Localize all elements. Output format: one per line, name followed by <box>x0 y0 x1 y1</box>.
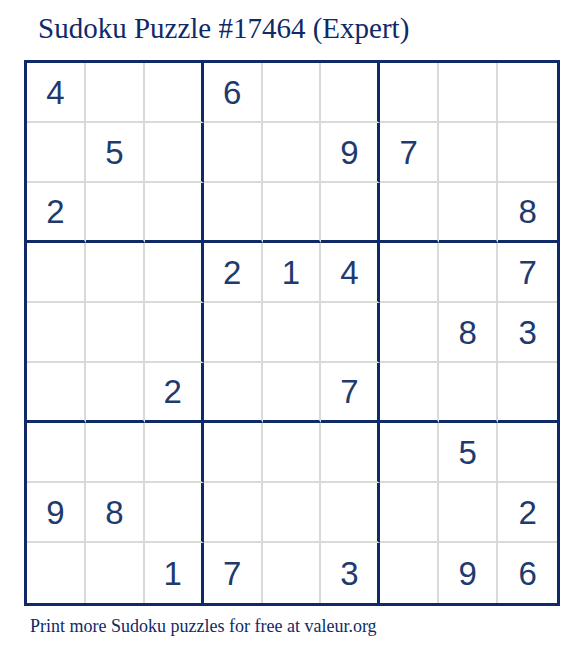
cell-r4c3 <box>145 243 204 303</box>
cell-r3c1: 2 <box>27 183 86 243</box>
cell-r1c9 <box>498 63 557 123</box>
cell-r1c7 <box>380 63 439 123</box>
cell-r2c9 <box>498 123 557 183</box>
cell-r8c2: 8 <box>86 483 145 543</box>
cell-r2c4 <box>204 123 263 183</box>
cell-r8c8 <box>439 483 498 543</box>
cell-r4c1 <box>27 243 86 303</box>
cell-r5c4 <box>204 303 263 363</box>
cell-r1c2 <box>86 63 145 123</box>
cell-r2c3 <box>145 123 204 183</box>
cell-r1c3 <box>145 63 204 123</box>
cell-r3c5 <box>263 183 322 243</box>
cell-r2c8 <box>439 123 498 183</box>
cell-r6c6: 7 <box>321 363 380 423</box>
cell-r6c1 <box>27 363 86 423</box>
cell-r9c4: 7 <box>204 543 263 603</box>
cell-r7c3 <box>145 423 204 483</box>
cell-r8c4 <box>204 483 263 543</box>
cell-r3c2 <box>86 183 145 243</box>
cell-r8c5 <box>263 483 322 543</box>
cell-r5c9: 3 <box>498 303 557 363</box>
cell-r1c4: 6 <box>204 63 263 123</box>
cell-r8c3 <box>145 483 204 543</box>
cell-r2c2: 5 <box>86 123 145 183</box>
cell-r8c9: 2 <box>498 483 557 543</box>
cell-r6c8 <box>439 363 498 423</box>
cell-r5c1 <box>27 303 86 363</box>
cell-r3c9: 8 <box>498 183 557 243</box>
cell-r8c6 <box>321 483 380 543</box>
cell-r3c8 <box>439 183 498 243</box>
sudoku-board: 465972821478327598217396 <box>24 60 560 606</box>
cell-r5c8: 8 <box>439 303 498 363</box>
cell-r6c5 <box>263 363 322 423</box>
cell-r8c1: 9 <box>27 483 86 543</box>
cell-r6c3: 2 <box>145 363 204 423</box>
cell-r4c6: 4 <box>321 243 380 303</box>
cell-r5c2 <box>86 303 145 363</box>
cell-r1c5 <box>263 63 322 123</box>
cell-r1c1: 4 <box>27 63 86 123</box>
cell-r9c2 <box>86 543 145 603</box>
cell-r9c8: 9 <box>439 543 498 603</box>
cell-r8c7 <box>380 483 439 543</box>
cell-r2c7: 7 <box>380 123 439 183</box>
cell-r9c6: 3 <box>321 543 380 603</box>
cell-r7c8: 5 <box>439 423 498 483</box>
cell-r2c6: 9 <box>321 123 380 183</box>
cell-r4c9: 7 <box>498 243 557 303</box>
cell-r6c7 <box>380 363 439 423</box>
cell-r4c8 <box>439 243 498 303</box>
cell-r6c2 <box>86 363 145 423</box>
cell-r5c3 <box>145 303 204 363</box>
cell-r3c7 <box>380 183 439 243</box>
cell-r7c7 <box>380 423 439 483</box>
cell-r6c4 <box>204 363 263 423</box>
cell-r5c6 <box>321 303 380 363</box>
cell-r7c5 <box>263 423 322 483</box>
cell-r3c3 <box>145 183 204 243</box>
cell-r4c7 <box>380 243 439 303</box>
cell-r9c3: 1 <box>145 543 204 603</box>
cell-r6c9 <box>498 363 557 423</box>
cell-r5c5 <box>263 303 322 363</box>
cell-r9c7 <box>380 543 439 603</box>
cell-r1c8 <box>439 63 498 123</box>
cell-r4c4: 2 <box>204 243 263 303</box>
cell-r7c4 <box>204 423 263 483</box>
cell-r4c2 <box>86 243 145 303</box>
cell-r9c1 <box>27 543 86 603</box>
page-title: Sudoku Puzzle #17464 (Expert) <box>38 12 409 45</box>
cell-r3c6 <box>321 183 380 243</box>
cell-r2c1 <box>27 123 86 183</box>
cell-r3c4 <box>204 183 263 243</box>
cell-r4c5: 1 <box>263 243 322 303</box>
cell-r7c6 <box>321 423 380 483</box>
cell-r5c7 <box>380 303 439 363</box>
footer-text: Print more Sudoku puzzles for free at va… <box>30 616 377 637</box>
cell-r9c9: 6 <box>498 543 557 603</box>
cell-r7c9 <box>498 423 557 483</box>
cell-r1c6 <box>321 63 380 123</box>
cell-r9c5 <box>263 543 322 603</box>
cell-r7c2 <box>86 423 145 483</box>
cell-r7c1 <box>27 423 86 483</box>
cell-r2c5 <box>263 123 322 183</box>
